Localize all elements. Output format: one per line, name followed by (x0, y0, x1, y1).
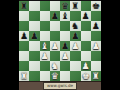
piece-black-rook-f8: ♜ (71, 1, 79, 11)
square-a1: ♜ (19, 71, 29, 81)
piece-black-pawn-f5: ♟ (71, 31, 79, 41)
watermark-text: www.gwis.de (47, 84, 73, 88)
square-g1: ♚ (81, 71, 91, 81)
square-h5 (91, 31, 101, 41)
square-f3 (70, 51, 80, 61)
square-g2: ♟ (81, 61, 91, 71)
square-b1 (29, 71, 39, 81)
square-a7 (19, 11, 29, 21)
piece-black-king-h8: ♚ (92, 1, 100, 11)
square-e7: ♝ (60, 11, 70, 21)
square-f2 (70, 61, 80, 71)
square-g4 (81, 41, 91, 51)
square-b7 (29, 11, 39, 21)
square-h2 (91, 61, 101, 71)
piece-white-queen-d1: ♛ (51, 71, 59, 81)
piece-white-pawn-d4: ♟ (51, 41, 59, 51)
piece-white-rook-a1: ♜ (20, 71, 28, 81)
square-h4: ♟ (91, 41, 101, 51)
square-c6 (40, 21, 50, 31)
square-d7: ♟ (50, 11, 60, 21)
square-e5 (60, 31, 70, 41)
square-c5 (40, 31, 50, 41)
square-d4: ♟ (50, 41, 60, 51)
square-a5: ♟ (19, 31, 29, 41)
square-c7 (40, 11, 50, 21)
square-e8: ♛ (60, 1, 70, 11)
square-f7 (70, 11, 80, 21)
square-f8: ♜ (70, 1, 80, 11)
screenshot-stage: ♜♛♜♚♟♝♟♞♟♟♟♟♝♟♟♟♟♟♟♞♟♜♛♚♜ www.gwis.de (0, 0, 120, 90)
piece-black-knight-f6: ♞ (71, 21, 79, 31)
piece-white-knight-d2: ♞ (51, 61, 59, 71)
square-b3 (29, 51, 39, 61)
piece-black-pawn-b5: ♟ (30, 31, 38, 41)
square-b5: ♟ (29, 31, 39, 41)
square-g8 (81, 1, 91, 11)
piece-white-pawn-g2: ♟ (82, 61, 90, 71)
square-f4: ♟ (70, 41, 80, 51)
square-a2 (19, 61, 29, 71)
piece-black-pawn-e4: ♟ (61, 41, 69, 51)
piece-black-pawn-h6: ♟ (92, 21, 100, 31)
square-h6: ♟ (91, 21, 101, 31)
piece-black-pawn-a5: ♟ (20, 31, 28, 41)
square-c8 (40, 1, 50, 11)
piece-black-pawn-g7: ♟ (82, 11, 90, 21)
square-g7: ♟ (81, 11, 91, 21)
piece-white-pawn-e3: ♟ (61, 51, 69, 61)
square-g6 (81, 21, 91, 31)
board-frame-bottom: www.gwis.de (19, 81, 101, 90)
square-d1: ♛ (50, 71, 60, 81)
piece-white-pawn-h4: ♟ (92, 41, 100, 51)
left-letterbox-bar (0, 0, 19, 90)
square-b6 (29, 21, 39, 31)
square-b8 (29, 1, 39, 11)
square-a8: ♜ (19, 1, 29, 11)
chess-board: ♜♛♜♚♟♝♟♞♟♟♟♟♝♟♟♟♟♟♟♞♟♜♛♚♜ (19, 0, 101, 81)
right-letterbox-bar (101, 0, 120, 90)
square-b2 (29, 61, 39, 71)
square-a4 (19, 41, 29, 51)
square-e6 (60, 21, 70, 31)
square-e4: ♟ (60, 41, 70, 51)
piece-black-rook-a8: ♜ (20, 1, 28, 11)
piece-black-pawn-d7: ♟ (51, 11, 59, 21)
square-b4 (29, 41, 39, 51)
caption-plaque: www.gwis.de (43, 82, 77, 90)
square-e2 (60, 61, 70, 71)
piece-black-queen-e8: ♛ (61, 1, 69, 11)
square-h8: ♚ (91, 1, 101, 11)
square-f1 (70, 71, 80, 81)
square-h1: ♜ (91, 71, 101, 81)
square-h3 (91, 51, 101, 61)
square-h7 (91, 11, 101, 21)
square-c2 (40, 61, 50, 71)
piece-white-king-g1: ♚ (82, 71, 90, 81)
square-c1 (40, 71, 50, 81)
piece-black-bishop-e7: ♝ (61, 11, 69, 21)
square-f6: ♞ (70, 21, 80, 31)
square-g3 (81, 51, 91, 61)
square-d2: ♞ (50, 61, 60, 71)
diagram-column: ♜♛♜♚♟♝♟♞♟♟♟♟♝♟♟♟♟♟♟♞♟♜♛♚♜ www.gwis.de (19, 0, 101, 90)
square-f5: ♟ (70, 31, 80, 41)
square-d3 (50, 51, 60, 61)
square-c3: ♟ (40, 51, 50, 61)
square-e1 (60, 71, 70, 81)
square-d8 (50, 1, 60, 11)
square-e3: ♟ (60, 51, 70, 61)
piece-white-pawn-c3: ♟ (41, 51, 49, 61)
square-g5 (81, 31, 91, 41)
square-a3 (19, 51, 29, 61)
piece-white-bishop-c4: ♝ (41, 41, 49, 51)
piece-white-pawn-f4: ♟ (71, 41, 79, 51)
square-c4: ♝ (40, 41, 50, 51)
square-a6 (19, 21, 29, 31)
square-d6 (50, 21, 60, 31)
piece-white-rook-h1: ♜ (92, 71, 100, 81)
square-d5 (50, 31, 60, 41)
